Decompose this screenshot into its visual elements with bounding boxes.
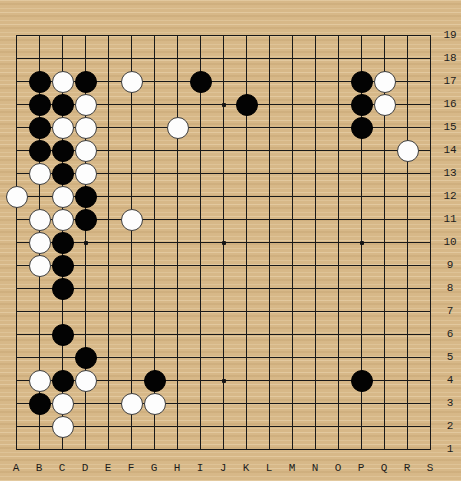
intersection-N10[interactable] (304, 231, 327, 254)
intersection-S6[interactable] (419, 323, 442, 346)
intersection-B2[interactable] (28, 415, 51, 438)
intersection-A14[interactable] (5, 139, 28, 162)
intersection-P4[interactable] (350, 369, 373, 392)
intersection-O4[interactable] (327, 369, 350, 392)
intersection-I5[interactable] (189, 346, 212, 369)
intersection-R2[interactable] (396, 415, 419, 438)
intersection-K2[interactable] (235, 415, 258, 438)
intersection-R19[interactable] (396, 24, 419, 47)
intersection-D13[interactable] (74, 162, 97, 185)
intersection-M11[interactable] (281, 208, 304, 231)
intersection-A4[interactable] (5, 369, 28, 392)
intersection-D19[interactable] (74, 24, 97, 47)
intersection-F9[interactable] (120, 254, 143, 277)
intersection-C16[interactable] (51, 93, 74, 116)
intersection-I1[interactable] (189, 438, 212, 461)
intersection-L14[interactable] (258, 139, 281, 162)
intersection-I12[interactable] (189, 185, 212, 208)
intersection-C2[interactable] (51, 415, 74, 438)
intersection-C12[interactable] (51, 185, 74, 208)
intersection-B3[interactable] (28, 392, 51, 415)
intersection-S16[interactable] (419, 93, 442, 116)
intersection-G1[interactable] (143, 438, 166, 461)
intersection-Q7[interactable] (373, 300, 396, 323)
intersection-B5[interactable] (28, 346, 51, 369)
intersection-A9[interactable] (5, 254, 28, 277)
intersection-R17[interactable] (396, 70, 419, 93)
intersection-G19[interactable] (143, 24, 166, 47)
intersection-L13[interactable] (258, 162, 281, 185)
intersection-H14[interactable] (166, 139, 189, 162)
intersection-G15[interactable] (143, 116, 166, 139)
intersection-K19[interactable] (235, 24, 258, 47)
intersection-M2[interactable] (281, 415, 304, 438)
intersection-J15[interactable] (212, 116, 235, 139)
intersection-H6[interactable] (166, 323, 189, 346)
intersection-Q4[interactable] (373, 369, 396, 392)
intersection-Q13[interactable] (373, 162, 396, 185)
intersection-N8[interactable] (304, 277, 327, 300)
intersection-I16[interactable] (189, 93, 212, 116)
intersection-K1[interactable] (235, 438, 258, 461)
intersection-F15[interactable] (120, 116, 143, 139)
intersection-B8[interactable] (28, 277, 51, 300)
intersection-M13[interactable] (281, 162, 304, 185)
intersection-K17[interactable] (235, 70, 258, 93)
intersection-L4[interactable] (258, 369, 281, 392)
intersection-F17[interactable] (120, 70, 143, 93)
intersection-A13[interactable] (5, 162, 28, 185)
intersection-R6[interactable] (396, 323, 419, 346)
intersection-S2[interactable] (419, 415, 442, 438)
intersection-H5[interactable] (166, 346, 189, 369)
intersection-M5[interactable] (281, 346, 304, 369)
intersection-C14[interactable] (51, 139, 74, 162)
intersection-F16[interactable] (120, 93, 143, 116)
intersection-L19[interactable] (258, 24, 281, 47)
intersection-D1[interactable] (74, 438, 97, 461)
intersection-J3[interactable] (212, 392, 235, 415)
intersection-K9[interactable] (235, 254, 258, 277)
intersection-M8[interactable] (281, 277, 304, 300)
intersection-J4[interactable] (212, 369, 235, 392)
intersection-L6[interactable] (258, 323, 281, 346)
intersection-C11[interactable] (51, 208, 74, 231)
intersection-S11[interactable] (419, 208, 442, 231)
intersection-Q18[interactable] (373, 47, 396, 70)
intersection-F14[interactable] (120, 139, 143, 162)
intersection-M7[interactable] (281, 300, 304, 323)
intersection-F13[interactable] (120, 162, 143, 185)
intersection-C4[interactable] (51, 369, 74, 392)
intersection-E19[interactable] (97, 24, 120, 47)
intersection-C7[interactable] (51, 300, 74, 323)
intersection-R1[interactable] (396, 438, 419, 461)
intersection-A7[interactable] (5, 300, 28, 323)
intersection-K6[interactable] (235, 323, 258, 346)
intersection-P11[interactable] (350, 208, 373, 231)
intersection-E14[interactable] (97, 139, 120, 162)
intersection-H2[interactable] (166, 415, 189, 438)
intersection-F2[interactable] (120, 415, 143, 438)
intersection-H16[interactable] (166, 93, 189, 116)
intersection-K5[interactable] (235, 346, 258, 369)
intersection-L11[interactable] (258, 208, 281, 231)
intersection-I15[interactable] (189, 116, 212, 139)
intersection-E2[interactable] (97, 415, 120, 438)
intersection-G14[interactable] (143, 139, 166, 162)
intersection-J2[interactable] (212, 415, 235, 438)
intersection-K16[interactable] (235, 93, 258, 116)
intersection-K3[interactable] (235, 392, 258, 415)
intersection-Q11[interactable] (373, 208, 396, 231)
intersection-H7[interactable] (166, 300, 189, 323)
intersection-I13[interactable] (189, 162, 212, 185)
intersection-I10[interactable] (189, 231, 212, 254)
intersection-Q19[interactable] (373, 24, 396, 47)
intersection-Q14[interactable] (373, 139, 396, 162)
intersection-P7[interactable] (350, 300, 373, 323)
intersection-C9[interactable] (51, 254, 74, 277)
intersection-N16[interactable] (304, 93, 327, 116)
intersection-G2[interactable] (143, 415, 166, 438)
intersection-O19[interactable] (327, 24, 350, 47)
intersection-E12[interactable] (97, 185, 120, 208)
intersection-Q17[interactable] (373, 70, 396, 93)
intersection-O11[interactable] (327, 208, 350, 231)
intersection-R3[interactable] (396, 392, 419, 415)
intersection-L1[interactable] (258, 438, 281, 461)
intersection-I17[interactable] (189, 70, 212, 93)
intersection-D11[interactable] (74, 208, 97, 231)
intersection-F11[interactable] (120, 208, 143, 231)
intersection-O10[interactable] (327, 231, 350, 254)
intersection-E16[interactable] (97, 93, 120, 116)
intersection-P19[interactable] (350, 24, 373, 47)
intersection-J9[interactable] (212, 254, 235, 277)
intersection-J11[interactable] (212, 208, 235, 231)
intersection-R9[interactable] (396, 254, 419, 277)
intersection-S5[interactable] (419, 346, 442, 369)
intersection-O17[interactable] (327, 70, 350, 93)
intersection-Q16[interactable] (373, 93, 396, 116)
intersection-O9[interactable] (327, 254, 350, 277)
intersection-I9[interactable] (189, 254, 212, 277)
intersection-H19[interactable] (166, 24, 189, 47)
intersection-P14[interactable] (350, 139, 373, 162)
intersection-O18[interactable] (327, 47, 350, 70)
intersection-C8[interactable] (51, 277, 74, 300)
intersection-L2[interactable] (258, 415, 281, 438)
intersection-E11[interactable] (97, 208, 120, 231)
intersection-P16[interactable] (350, 93, 373, 116)
intersection-L7[interactable] (258, 300, 281, 323)
intersection-C15[interactable] (51, 116, 74, 139)
intersection-D12[interactable] (74, 185, 97, 208)
intersection-E8[interactable] (97, 277, 120, 300)
intersection-E6[interactable] (97, 323, 120, 346)
intersection-F19[interactable] (120, 24, 143, 47)
intersection-B1[interactable] (28, 438, 51, 461)
intersection-C3[interactable] (51, 392, 74, 415)
intersection-G11[interactable] (143, 208, 166, 231)
intersection-N12[interactable] (304, 185, 327, 208)
intersection-F3[interactable] (120, 392, 143, 415)
intersection-K8[interactable] (235, 277, 258, 300)
intersection-N7[interactable] (304, 300, 327, 323)
intersection-D18[interactable] (74, 47, 97, 70)
intersection-R11[interactable] (396, 208, 419, 231)
intersection-K12[interactable] (235, 185, 258, 208)
intersection-O14[interactable] (327, 139, 350, 162)
intersection-N3[interactable] (304, 392, 327, 415)
intersection-E5[interactable] (97, 346, 120, 369)
intersection-B7[interactable] (28, 300, 51, 323)
intersection-J5[interactable] (212, 346, 235, 369)
intersection-E13[interactable] (97, 162, 120, 185)
intersection-K10[interactable] (235, 231, 258, 254)
intersection-S3[interactable] (419, 392, 442, 415)
intersection-O13[interactable] (327, 162, 350, 185)
intersection-J13[interactable] (212, 162, 235, 185)
intersection-A12[interactable] (5, 185, 28, 208)
intersection-E4[interactable] (97, 369, 120, 392)
intersection-N14[interactable] (304, 139, 327, 162)
intersection-B15[interactable] (28, 116, 51, 139)
intersection-K11[interactable] (235, 208, 258, 231)
intersection-E10[interactable] (97, 231, 120, 254)
intersection-L9[interactable] (258, 254, 281, 277)
intersection-A19[interactable] (5, 24, 28, 47)
intersection-I14[interactable] (189, 139, 212, 162)
intersection-I19[interactable] (189, 24, 212, 47)
intersection-P15[interactable] (350, 116, 373, 139)
intersection-L15[interactable] (258, 116, 281, 139)
intersection-Q8[interactable] (373, 277, 396, 300)
intersection-J18[interactable] (212, 47, 235, 70)
intersection-B4[interactable] (28, 369, 51, 392)
intersection-E17[interactable] (97, 70, 120, 93)
intersection-D5[interactable] (74, 346, 97, 369)
intersection-J10[interactable] (212, 231, 235, 254)
intersection-C10[interactable] (51, 231, 74, 254)
intersection-Q6[interactable] (373, 323, 396, 346)
intersection-C18[interactable] (51, 47, 74, 70)
intersection-R4[interactable] (396, 369, 419, 392)
intersection-E1[interactable] (97, 438, 120, 461)
intersection-M16[interactable] (281, 93, 304, 116)
intersection-I8[interactable] (189, 277, 212, 300)
intersection-C6[interactable] (51, 323, 74, 346)
intersection-P13[interactable] (350, 162, 373, 185)
intersection-I7[interactable] (189, 300, 212, 323)
intersection-E7[interactable] (97, 300, 120, 323)
intersection-A18[interactable] (5, 47, 28, 70)
intersection-F12[interactable] (120, 185, 143, 208)
intersection-B14[interactable] (28, 139, 51, 162)
intersection-I11[interactable] (189, 208, 212, 231)
intersection-Q10[interactable] (373, 231, 396, 254)
intersection-Q1[interactable] (373, 438, 396, 461)
intersection-M9[interactable] (281, 254, 304, 277)
intersection-R18[interactable] (396, 47, 419, 70)
intersection-O12[interactable] (327, 185, 350, 208)
intersection-D8[interactable] (74, 277, 97, 300)
intersection-H15[interactable] (166, 116, 189, 139)
intersection-S8[interactable] (419, 277, 442, 300)
intersection-A16[interactable] (5, 93, 28, 116)
intersection-M18[interactable] (281, 47, 304, 70)
intersection-S14[interactable] (419, 139, 442, 162)
intersection-B16[interactable] (28, 93, 51, 116)
intersection-S10[interactable] (419, 231, 442, 254)
intersection-M10[interactable] (281, 231, 304, 254)
intersection-M1[interactable] (281, 438, 304, 461)
intersection-N5[interactable] (304, 346, 327, 369)
intersection-N6[interactable] (304, 323, 327, 346)
intersection-D15[interactable] (74, 116, 97, 139)
intersection-B12[interactable] (28, 185, 51, 208)
intersection-C19[interactable] (51, 24, 74, 47)
intersection-N13[interactable] (304, 162, 327, 185)
intersection-P5[interactable] (350, 346, 373, 369)
intersection-G6[interactable] (143, 323, 166, 346)
intersection-R13[interactable] (396, 162, 419, 185)
intersection-N17[interactable] (304, 70, 327, 93)
intersection-L3[interactable] (258, 392, 281, 415)
intersection-G16[interactable] (143, 93, 166, 116)
intersection-I18[interactable] (189, 47, 212, 70)
intersection-A10[interactable] (5, 231, 28, 254)
intersection-R12[interactable] (396, 185, 419, 208)
intersection-N1[interactable] (304, 438, 327, 461)
intersection-F4[interactable] (120, 369, 143, 392)
intersection-J14[interactable] (212, 139, 235, 162)
intersection-C1[interactable] (51, 438, 74, 461)
intersection-M12[interactable] (281, 185, 304, 208)
intersection-R15[interactable] (396, 116, 419, 139)
intersection-B10[interactable] (28, 231, 51, 254)
intersection-P3[interactable] (350, 392, 373, 415)
intersection-E18[interactable] (97, 47, 120, 70)
intersection-K15[interactable] (235, 116, 258, 139)
intersection-Q5[interactable] (373, 346, 396, 369)
intersection-K14[interactable] (235, 139, 258, 162)
intersection-J17[interactable] (212, 70, 235, 93)
intersection-F5[interactable] (120, 346, 143, 369)
intersection-O2[interactable] (327, 415, 350, 438)
intersection-P9[interactable] (350, 254, 373, 277)
intersection-H1[interactable] (166, 438, 189, 461)
intersection-Q12[interactable] (373, 185, 396, 208)
intersection-F10[interactable] (120, 231, 143, 254)
intersection-H10[interactable] (166, 231, 189, 254)
intersection-M14[interactable] (281, 139, 304, 162)
intersection-R14[interactable] (396, 139, 419, 162)
intersection-J1[interactable] (212, 438, 235, 461)
intersection-A6[interactable] (5, 323, 28, 346)
intersection-B17[interactable] (28, 70, 51, 93)
intersection-I3[interactable] (189, 392, 212, 415)
intersection-P2[interactable] (350, 415, 373, 438)
intersection-O5[interactable] (327, 346, 350, 369)
intersection-I2[interactable] (189, 415, 212, 438)
intersection-G3[interactable] (143, 392, 166, 415)
intersection-A15[interactable] (5, 116, 28, 139)
intersection-O15[interactable] (327, 116, 350, 139)
intersection-L5[interactable] (258, 346, 281, 369)
intersection-P17[interactable] (350, 70, 373, 93)
intersection-O8[interactable] (327, 277, 350, 300)
intersection-D16[interactable] (74, 93, 97, 116)
intersection-A5[interactable] (5, 346, 28, 369)
intersection-B9[interactable] (28, 254, 51, 277)
intersection-R5[interactable] (396, 346, 419, 369)
intersection-B13[interactable] (28, 162, 51, 185)
intersection-J8[interactable] (212, 277, 235, 300)
intersection-H12[interactable] (166, 185, 189, 208)
intersection-D3[interactable] (74, 392, 97, 415)
intersection-K18[interactable] (235, 47, 258, 70)
intersection-I4[interactable] (189, 369, 212, 392)
intersection-P8[interactable] (350, 277, 373, 300)
intersection-G5[interactable] (143, 346, 166, 369)
intersection-R16[interactable] (396, 93, 419, 116)
intersection-F6[interactable] (120, 323, 143, 346)
intersection-D4[interactable] (74, 369, 97, 392)
intersection-Q9[interactable] (373, 254, 396, 277)
intersection-S18[interactable] (419, 47, 442, 70)
intersection-G12[interactable] (143, 185, 166, 208)
intersection-D9[interactable] (74, 254, 97, 277)
intersection-G18[interactable] (143, 47, 166, 70)
intersection-S9[interactable] (419, 254, 442, 277)
intersection-L18[interactable] (258, 47, 281, 70)
intersection-J19[interactable] (212, 24, 235, 47)
intersection-N4[interactable] (304, 369, 327, 392)
intersection-J6[interactable] (212, 323, 235, 346)
intersection-Q15[interactable] (373, 116, 396, 139)
intersection-M4[interactable] (281, 369, 304, 392)
intersection-B18[interactable] (28, 47, 51, 70)
intersection-R10[interactable] (396, 231, 419, 254)
intersection-H13[interactable] (166, 162, 189, 185)
intersection-K4[interactable] (235, 369, 258, 392)
intersection-G7[interactable] (143, 300, 166, 323)
intersection-D2[interactable] (74, 415, 97, 438)
intersection-M17[interactable] (281, 70, 304, 93)
intersection-A17[interactable] (5, 70, 28, 93)
intersection-L17[interactable] (258, 70, 281, 93)
intersection-N9[interactable] (304, 254, 327, 277)
intersection-A8[interactable] (5, 277, 28, 300)
intersection-L8[interactable] (258, 277, 281, 300)
intersection-S12[interactable] (419, 185, 442, 208)
intersection-H3[interactable] (166, 392, 189, 415)
intersection-G8[interactable] (143, 277, 166, 300)
intersection-A11[interactable] (5, 208, 28, 231)
intersection-C17[interactable] (51, 70, 74, 93)
intersection-S7[interactable] (419, 300, 442, 323)
intersection-P12[interactable] (350, 185, 373, 208)
intersection-H18[interactable] (166, 47, 189, 70)
intersection-O1[interactable] (327, 438, 350, 461)
intersection-P6[interactable] (350, 323, 373, 346)
intersection-P18[interactable] (350, 47, 373, 70)
intersection-F18[interactable] (120, 47, 143, 70)
intersection-F1[interactable] (120, 438, 143, 461)
intersection-G9[interactable] (143, 254, 166, 277)
